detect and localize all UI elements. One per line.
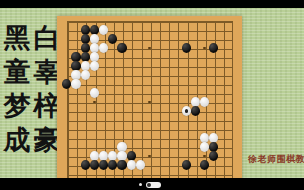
intersection-2-9 bbox=[71, 89, 80, 98]
intersection-13-12 bbox=[172, 116, 181, 125]
intersection-18-9 bbox=[218, 89, 227, 98]
intersection-4-5: ● bbox=[90, 53, 99, 62]
intersection-14-8 bbox=[182, 80, 191, 89]
intersection-19-1 bbox=[228, 17, 237, 26]
intersection-8-13 bbox=[127, 125, 136, 134]
intersection-11-16 bbox=[154, 152, 163, 161]
stone-glyph: ● bbox=[73, 79, 78, 89]
intersection-6-7 bbox=[108, 71, 117, 80]
intersection-9-14 bbox=[136, 134, 145, 143]
intersection-5-3 bbox=[99, 35, 108, 44]
intersection-18-10 bbox=[218, 98, 227, 107]
intersection-4-15 bbox=[90, 143, 99, 152]
intersection-1-2 bbox=[62, 26, 71, 35]
intersection-1-4 bbox=[62, 44, 71, 53]
intersection-13-4 bbox=[172, 44, 181, 53]
star-point-icon bbox=[203, 155, 206, 158]
intersection-6-11 bbox=[108, 107, 117, 116]
intersection-18-15 bbox=[218, 143, 227, 152]
stone-glyph: ● bbox=[202, 97, 207, 107]
black-stone: ● bbox=[182, 160, 191, 170]
intersection-9-12 bbox=[136, 116, 145, 125]
intersection-18-2 bbox=[218, 26, 227, 35]
intersection-2-7: ● bbox=[71, 71, 80, 80]
intersection-9-16 bbox=[136, 152, 145, 161]
intersection-6-12 bbox=[108, 116, 117, 125]
intersection-6-6 bbox=[108, 62, 117, 71]
white-stone: ● bbox=[127, 160, 136, 170]
intersection-5-16: ● bbox=[99, 152, 108, 161]
intersection-19-8 bbox=[228, 80, 237, 89]
intersection-1-8: ● bbox=[62, 80, 71, 89]
intersection-14-15 bbox=[182, 143, 191, 152]
intersection-10-9 bbox=[145, 89, 154, 98]
intersection-19-10 bbox=[228, 98, 237, 107]
intersection-4-14 bbox=[90, 134, 99, 143]
intersection-5-6 bbox=[99, 62, 108, 71]
black-name-char-1: 童 bbox=[2, 56, 32, 90]
intersection-2-17 bbox=[71, 161, 80, 170]
intersection-10-4 bbox=[145, 44, 154, 53]
stone-glyph: ● bbox=[101, 160, 106, 170]
intersection-10-6 bbox=[145, 62, 154, 71]
intersection-3-16 bbox=[81, 152, 90, 161]
intersection-5-9 bbox=[99, 89, 108, 98]
intersection-3-14 bbox=[81, 134, 90, 143]
intersection-15-2 bbox=[191, 26, 200, 35]
intersection-14-11: ● bbox=[182, 107, 191, 116]
intersection-4-6: ● bbox=[90, 62, 99, 71]
intersection-18-12 bbox=[218, 116, 227, 125]
intersection-6-3: ● bbox=[108, 35, 117, 44]
intersection-12-6 bbox=[163, 62, 172, 71]
black-stone: ● bbox=[62, 79, 71, 89]
intersection-2-8: ● bbox=[71, 80, 80, 89]
intersection-9-10 bbox=[136, 98, 145, 107]
intersection-17-16: ● bbox=[209, 152, 218, 161]
intersection-12-11 bbox=[163, 107, 172, 116]
intersection-10-1 bbox=[145, 17, 154, 26]
intersection-10-7 bbox=[145, 71, 154, 80]
intersection-17-2 bbox=[209, 26, 218, 35]
intersection-11-12 bbox=[154, 116, 163, 125]
intersection-12-9 bbox=[163, 89, 172, 98]
white-stone: ● bbox=[81, 70, 90, 80]
intersection-7-11 bbox=[117, 107, 126, 116]
intersection-14-13 bbox=[182, 125, 191, 134]
intersection-7-12 bbox=[117, 116, 126, 125]
intersection-12-2 bbox=[163, 26, 172, 35]
intersection-3-1 bbox=[81, 17, 90, 26]
white-stone: ● bbox=[71, 79, 80, 89]
intersection-17-7 bbox=[209, 71, 218, 80]
intersection-16-17: ● bbox=[200, 161, 209, 170]
intersection-11-13 bbox=[154, 125, 163, 134]
intersection-2-2 bbox=[71, 26, 80, 35]
black-side-label: 黑 bbox=[2, 22, 32, 56]
intersection-5-13 bbox=[99, 125, 108, 134]
intersection-9-1 bbox=[136, 17, 145, 26]
intersection-12-8 bbox=[163, 80, 172, 89]
intersection-8-4 bbox=[127, 44, 136, 53]
intersection-19-7 bbox=[228, 71, 237, 80]
intersection-9-4 bbox=[136, 44, 145, 53]
intersection-4-10 bbox=[90, 98, 99, 107]
intersection-9-11 bbox=[136, 107, 145, 116]
intersection-15-8 bbox=[191, 80, 200, 89]
intersection-17-10 bbox=[209, 98, 218, 107]
intersection-3-13 bbox=[81, 125, 90, 134]
white-stone: ● bbox=[136, 160, 145, 170]
intersection-12-15 bbox=[163, 143, 172, 152]
intersection-15-5 bbox=[191, 53, 200, 62]
stone-glyph: ● bbox=[110, 34, 115, 44]
intersection-12-1 bbox=[163, 17, 172, 26]
intersection-13-3 bbox=[172, 35, 181, 44]
intersection-17-12 bbox=[209, 116, 218, 125]
intersection-18-13 bbox=[218, 125, 227, 134]
black-player-column: 黑 童 梦 成 bbox=[2, 22, 32, 158]
intersection-17-11 bbox=[209, 107, 218, 116]
intersection-17-8 bbox=[209, 80, 218, 89]
intersection-16-10: ● bbox=[200, 98, 209, 107]
intersection-14-10 bbox=[182, 98, 191, 107]
intersection-6-10 bbox=[108, 98, 117, 107]
white-stone: ● bbox=[200, 97, 209, 107]
intersection-9-15 bbox=[136, 143, 145, 152]
intersection-13-14 bbox=[172, 134, 181, 143]
intersection-5-11 bbox=[99, 107, 108, 116]
intersection-4-12 bbox=[90, 116, 99, 125]
intersection-10-2 bbox=[145, 26, 154, 35]
intersection-9-6 bbox=[136, 62, 145, 71]
intersection-18-4 bbox=[218, 44, 227, 53]
star-point-icon bbox=[148, 101, 151, 104]
intersection-3-4: ● bbox=[81, 44, 90, 53]
intersection-14-6 bbox=[182, 62, 191, 71]
intersection-8-5 bbox=[127, 53, 136, 62]
intersection-15-14 bbox=[191, 134, 200, 143]
intersection-12-12 bbox=[163, 116, 172, 125]
intersection-13-2 bbox=[172, 26, 181, 35]
intersection-7-17: ● bbox=[117, 161, 126, 170]
intersection-9-13 bbox=[136, 125, 145, 134]
intersection-10-10 bbox=[145, 98, 154, 107]
intersection-5-12 bbox=[99, 116, 108, 125]
intersection-10-12 bbox=[145, 116, 154, 125]
stone-glyph: ● bbox=[193, 106, 198, 116]
white-stone: ● bbox=[182, 106, 191, 116]
intersection-14-17: ● bbox=[182, 161, 191, 170]
intersection-13-6 bbox=[172, 62, 181, 71]
intersection-2-5: ● bbox=[71, 53, 80, 62]
intersection-6-15 bbox=[108, 143, 117, 152]
stone-glyph: ● bbox=[202, 160, 207, 170]
toggle-knob-icon bbox=[147, 183, 151, 187]
intersection-2-10 bbox=[71, 98, 80, 107]
stone-glyph: ● bbox=[138, 160, 143, 170]
intersection-8-6 bbox=[127, 62, 136, 71]
intersection-1-16 bbox=[62, 152, 71, 161]
intersection-11-1 bbox=[154, 17, 163, 26]
intersection-2-15 bbox=[71, 143, 80, 152]
intersection-15-13 bbox=[191, 125, 200, 134]
intersection-1-11 bbox=[62, 107, 71, 116]
black-stone: ● bbox=[90, 160, 99, 170]
stone-glyph: ● bbox=[101, 25, 106, 35]
intersection-2-12 bbox=[71, 116, 80, 125]
intersection-3-5: ● bbox=[81, 53, 90, 62]
intersection-9-7 bbox=[136, 71, 145, 80]
intersection-17-5 bbox=[209, 53, 218, 62]
black-stone: ● bbox=[99, 160, 108, 170]
intersection-5-2: ● bbox=[99, 26, 108, 35]
intersection-3-15 bbox=[81, 143, 90, 152]
intersection-14-14 bbox=[182, 134, 191, 143]
stone-glyph: ● bbox=[211, 43, 216, 53]
intersection-5-15 bbox=[99, 143, 108, 152]
intersection-17-6 bbox=[209, 62, 218, 71]
intersection-15-10: ● bbox=[191, 98, 200, 107]
intersection-13-10 bbox=[172, 98, 181, 107]
intersection-5-1 bbox=[99, 17, 108, 26]
intersection-16-12 bbox=[200, 116, 209, 125]
stone-glyph: ● bbox=[110, 160, 115, 170]
black-stone: ● bbox=[117, 160, 126, 170]
intersection-2-4 bbox=[71, 44, 80, 53]
black-stone: ● bbox=[209, 151, 218, 161]
intersection-13-11 bbox=[172, 107, 181, 116]
intersection-3-9 bbox=[81, 89, 90, 98]
intersection-1-13 bbox=[62, 125, 71, 134]
intersection-19-6 bbox=[228, 62, 237, 71]
intersection-7-5 bbox=[117, 53, 126, 62]
intersection-8-10 bbox=[127, 98, 136, 107]
intersection-2-16 bbox=[71, 152, 80, 161]
intersection-16-14: ● bbox=[200, 134, 209, 143]
intersection-1-10 bbox=[62, 98, 71, 107]
intersection-6-4 bbox=[108, 44, 117, 53]
intersection-19-2 bbox=[228, 26, 237, 35]
intersection-4-1 bbox=[90, 17, 99, 26]
intersection-19-16 bbox=[228, 152, 237, 161]
intersection-6-14 bbox=[108, 134, 117, 143]
intersection-17-13 bbox=[209, 125, 218, 134]
intersection-1-9 bbox=[62, 89, 71, 98]
intersection-14-1 bbox=[182, 17, 191, 26]
stone-glyph: ● bbox=[101, 43, 106, 53]
white-stone: ● bbox=[90, 88, 99, 98]
intersection-9-17: ● bbox=[136, 161, 145, 170]
star-point-icon bbox=[148, 47, 151, 50]
board-cells-grid: ●●●●●●●●●●●●●●●●●●●●●●●●●●●●●●●●●●●●●●●●… bbox=[62, 17, 237, 188]
intersection-6-17: ● bbox=[108, 161, 117, 170]
intersection-10-5 bbox=[145, 53, 154, 62]
intersection-3-11 bbox=[81, 107, 90, 116]
intersection-8-2 bbox=[127, 26, 136, 35]
intersection-10-8 bbox=[145, 80, 154, 89]
intersection-15-9 bbox=[191, 89, 200, 98]
intersection-19-5 bbox=[228, 53, 237, 62]
intersection-4-16: ● bbox=[90, 152, 99, 161]
intersection-8-11 bbox=[127, 107, 136, 116]
intersection-16-2 bbox=[200, 26, 209, 35]
intersection-6-2 bbox=[108, 26, 117, 35]
intersection-8-9 bbox=[127, 89, 136, 98]
intersection-16-15: ● bbox=[200, 143, 209, 152]
intersection-15-12 bbox=[191, 116, 200, 125]
intersection-3-6: ● bbox=[81, 62, 90, 71]
stone-glyph: ● bbox=[184, 160, 189, 170]
star-point-icon bbox=[203, 47, 206, 50]
intersection-7-16: ● bbox=[117, 152, 126, 161]
intersection-4-8 bbox=[90, 80, 99, 89]
intersection-14-12 bbox=[182, 116, 191, 125]
intersection-4-7 bbox=[90, 71, 99, 80]
intersection-4-17: ● bbox=[90, 161, 99, 170]
intersection-10-14 bbox=[145, 134, 154, 143]
last-move-marker-icon bbox=[185, 109, 188, 112]
intersection-19-12 bbox=[228, 116, 237, 125]
intersection-13-1 bbox=[172, 17, 181, 26]
top-letterbox bbox=[0, 0, 304, 8]
intersection-11-3 bbox=[154, 35, 163, 44]
intersection-9-8 bbox=[136, 80, 145, 89]
intersection-13-8 bbox=[172, 80, 181, 89]
intersection-16-4 bbox=[200, 44, 209, 53]
intersection-2-13 bbox=[71, 125, 80, 134]
intersection-16-6 bbox=[200, 62, 209, 71]
intersection-15-11: ● bbox=[191, 107, 200, 116]
intersection-7-6 bbox=[117, 62, 126, 71]
intersection-18-7 bbox=[218, 71, 227, 80]
intersection-13-15 bbox=[172, 143, 181, 152]
intersection-7-4: ● bbox=[117, 44, 126, 53]
intersection-5-7 bbox=[99, 71, 108, 80]
black-name-char-2: 梦 bbox=[2, 90, 32, 124]
intersection-4-11 bbox=[90, 107, 99, 116]
white-stone: ● bbox=[200, 142, 209, 152]
intersection-5-10 bbox=[99, 98, 108, 107]
intersection-15-16 bbox=[191, 152, 200, 161]
intersection-3-12 bbox=[81, 116, 90, 125]
intersection-2-11 bbox=[71, 107, 80, 116]
intersection-15-7 bbox=[191, 71, 200, 80]
intersection-1-6 bbox=[62, 62, 71, 71]
intersection-4-2: ● bbox=[90, 26, 99, 35]
stone-glyph: ● bbox=[128, 160, 133, 170]
intersection-14-9 bbox=[182, 89, 191, 98]
intersection-19-9 bbox=[228, 89, 237, 98]
intersection-19-17 bbox=[228, 161, 237, 170]
intersection-7-15: ● bbox=[117, 143, 126, 152]
intersection-7-14 bbox=[117, 134, 126, 143]
intersection-8-15 bbox=[127, 143, 136, 152]
intersection-16-3 bbox=[200, 35, 209, 44]
intersection-11-8 bbox=[154, 80, 163, 89]
intersection-12-10 bbox=[163, 98, 172, 107]
intersection-18-1 bbox=[218, 17, 227, 26]
intersection-19-11 bbox=[228, 107, 237, 116]
intersection-6-9 bbox=[108, 89, 117, 98]
intersection-19-4 bbox=[228, 44, 237, 53]
stone-glyph: ● bbox=[92, 160, 97, 170]
intersection-14-7 bbox=[182, 71, 191, 80]
intersection-11-2 bbox=[154, 26, 163, 35]
intersection-8-7 bbox=[127, 71, 136, 80]
intersection-1-12 bbox=[62, 116, 71, 125]
black-stone: ● bbox=[209, 43, 218, 53]
player-toggle[interactable] bbox=[146, 182, 161, 188]
stone-glyph: ● bbox=[82, 160, 87, 170]
intersection-18-17 bbox=[218, 161, 227, 170]
intersection-17-3 bbox=[209, 35, 218, 44]
intersection-10-3 bbox=[145, 35, 154, 44]
intersection-1-3 bbox=[62, 35, 71, 44]
black-stone: ● bbox=[182, 43, 191, 53]
intersection-14-2 bbox=[182, 26, 191, 35]
black-stone: ● bbox=[200, 160, 209, 170]
intersection-6-13 bbox=[108, 125, 117, 134]
intersection-14-3 bbox=[182, 35, 191, 44]
intersection-16-7 bbox=[200, 71, 209, 80]
intersection-3-17: ● bbox=[81, 161, 90, 170]
intersection-2-14 bbox=[71, 134, 80, 143]
intersection-13-9 bbox=[172, 89, 181, 98]
intersection-13-5 bbox=[172, 53, 181, 62]
intersection-7-13 bbox=[117, 125, 126, 134]
stone-glyph: ● bbox=[82, 70, 87, 80]
intersection-7-3 bbox=[117, 35, 126, 44]
intersection-3-3: ● bbox=[81, 35, 90, 44]
intersection-15-15 bbox=[191, 143, 200, 152]
intersection-3-7: ● bbox=[81, 71, 90, 80]
intersection-11-4 bbox=[154, 44, 163, 53]
intersection-8-14 bbox=[127, 134, 136, 143]
stone-glyph: ● bbox=[64, 79, 69, 89]
intersection-15-6 bbox=[191, 62, 200, 71]
intersection-11-5 bbox=[154, 53, 163, 62]
intersection-12-7 bbox=[163, 71, 172, 80]
intersection-12-14 bbox=[163, 134, 172, 143]
intersection-9-9 bbox=[136, 89, 145, 98]
intersection-14-16 bbox=[182, 152, 191, 161]
intersection-15-3 bbox=[191, 35, 200, 44]
stone-glyph: ● bbox=[92, 61, 97, 71]
intersection-15-17 bbox=[191, 161, 200, 170]
intersection-9-3 bbox=[136, 35, 145, 44]
stone-glyph: ● bbox=[211, 151, 216, 161]
watermark-text: 徐老师围棋教室 bbox=[248, 153, 304, 166]
intersection-11-6 bbox=[154, 62, 163, 71]
intersection-16-1 bbox=[200, 17, 209, 26]
intersection-16-5 bbox=[200, 53, 209, 62]
intersection-19-15 bbox=[228, 143, 237, 152]
video-frame: 黑 童 梦 成 白 辜 梓 豪 ●●●●●●●●●●●●●●●●●●●●●●●●… bbox=[0, 0, 304, 190]
intersection-2-6: ● bbox=[71, 62, 80, 71]
intersection-18-16 bbox=[218, 152, 227, 161]
intersection-17-9 bbox=[209, 89, 218, 98]
intersection-19-3 bbox=[228, 35, 237, 44]
white-stone: ● bbox=[99, 43, 108, 53]
intersection-11-7 bbox=[154, 71, 163, 80]
intersection-17-4: ● bbox=[209, 44, 218, 53]
intersection-7-1 bbox=[117, 17, 126, 26]
intersection-5-4: ● bbox=[99, 44, 108, 53]
intersection-5-5 bbox=[99, 53, 108, 62]
stone-glyph: ● bbox=[119, 160, 124, 170]
intersection-13-13 bbox=[172, 125, 181, 134]
